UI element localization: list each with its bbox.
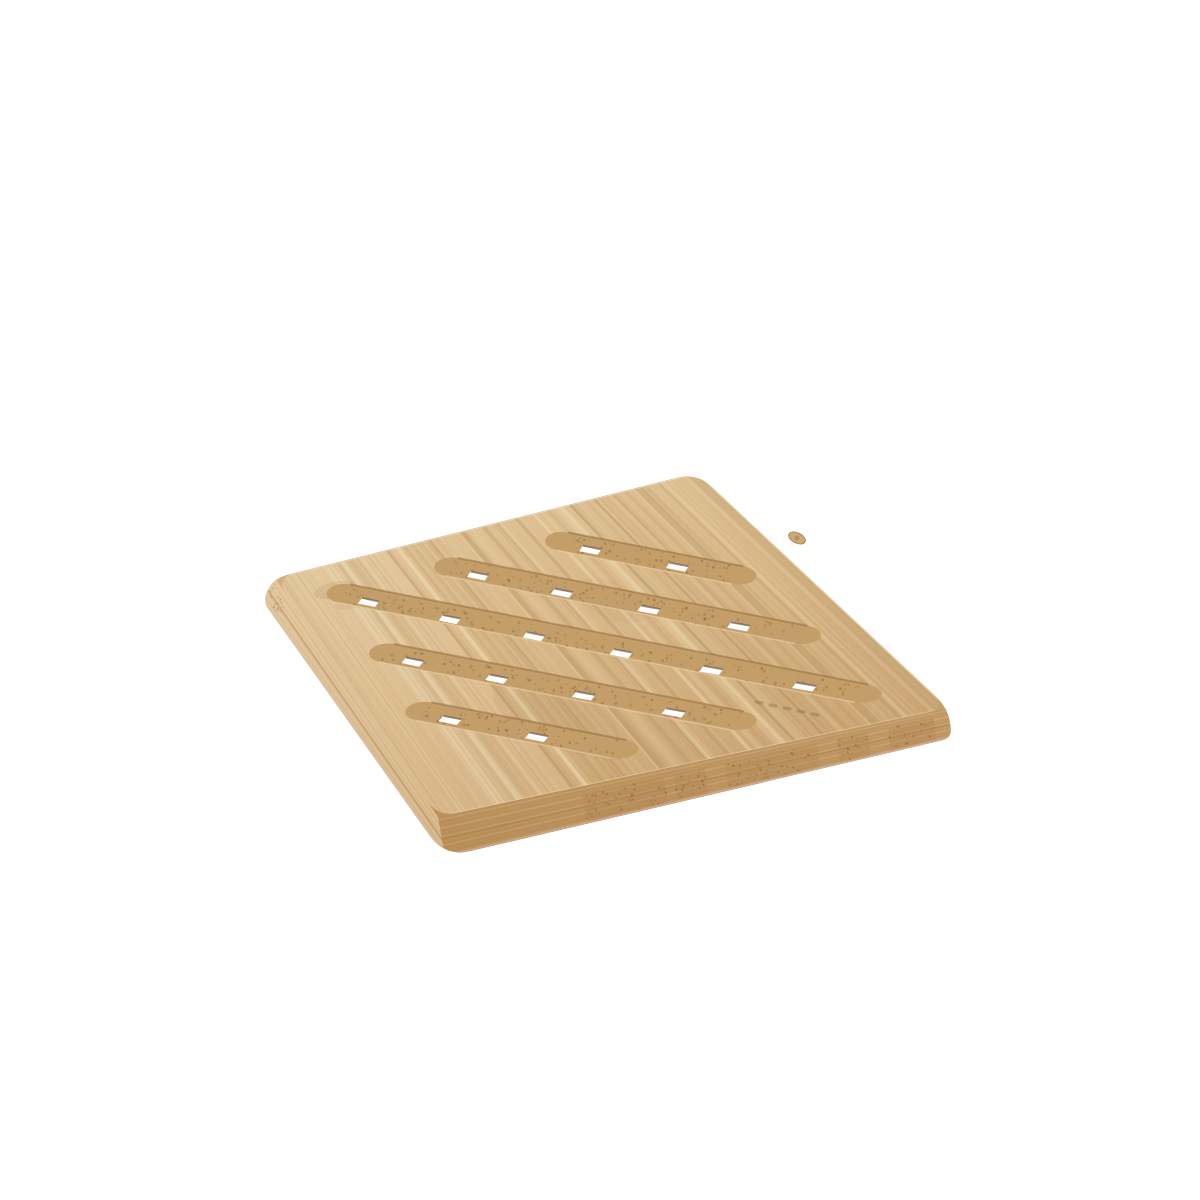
bamboo-trivet-photo [0, 0, 1200, 1200]
wood-knot [787, 530, 808, 547]
product-photo [0, 0, 1200, 1200]
